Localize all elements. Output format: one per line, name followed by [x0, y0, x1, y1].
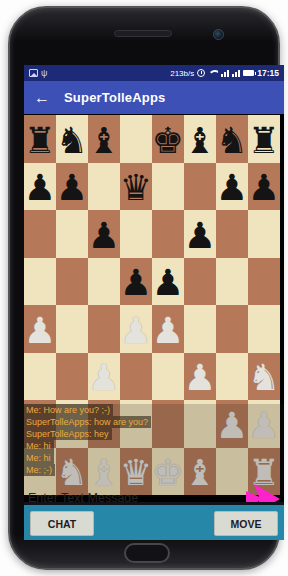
app-title: SuperTolleApps — [64, 90, 166, 105]
square-h6[interactable] — [248, 210, 280, 258]
black-pawn-g7: ♟ — [216, 166, 248, 210]
square-h7[interactable]: ♟ — [248, 163, 280, 211]
black-pawn-e5: ♟ — [152, 261, 184, 305]
chat-message: Me: hi — [24, 452, 54, 464]
square-d6[interactable] — [120, 210, 152, 258]
square-a7[interactable]: ♟ — [24, 163, 56, 211]
phone-frame: ψ 213b/s 17:15 ← SuperTolleApps ♜♞♝♚♝♞♜♟… — [8, 6, 280, 570]
square-g4[interactable] — [216, 305, 248, 353]
app-bar: ← SuperTolleApps — [24, 81, 284, 114]
square-b4[interactable] — [56, 305, 88, 353]
net-speed: 213b/s — [170, 69, 194, 78]
square-c8[interactable]: ♝ — [88, 115, 120, 163]
square-g3[interactable] — [216, 353, 248, 401]
square-f4[interactable] — [184, 305, 216, 353]
square-h4[interactable] — [248, 305, 280, 353]
back-arrow-icon[interactable]: ← — [34, 90, 50, 106]
square-a4[interactable]: ♟ — [24, 305, 56, 353]
wifi-icon — [208, 70, 218, 76]
page: ψ 213b/s 17:15 ← SuperTolleApps ♜♞♝♚♝♞♜♟… — [0, 0, 288, 576]
black-pawn-h7: ♟ — [248, 166, 280, 210]
square-e5[interactable]: ♟ — [152, 258, 184, 306]
white-pawn-a4: ♟ — [24, 309, 56, 353]
black-knight-g8: ♞ — [216, 119, 248, 163]
action-bar: CHAT MOVE — [24, 502, 284, 540]
square-g6[interactable] — [216, 210, 248, 258]
square-d4[interactable]: ♟ — [120, 305, 152, 353]
white-pawn-c3: ♟ — [88, 356, 120, 400]
signal-bars-icon-2 — [232, 70, 240, 77]
chat-message-list: Me: How are you? ;-)SuperTolleApps: how … — [24, 404, 284, 476]
black-pawn-b7: ♟ — [56, 166, 88, 210]
square-d5[interactable]: ♟ — [120, 258, 152, 306]
square-g7[interactable]: ♟ — [216, 163, 248, 211]
square-e8[interactable]: ♚ — [152, 115, 184, 163]
black-rook-h8: ♜ — [248, 119, 280, 163]
square-e7[interactable] — [152, 163, 184, 211]
usb-icon: ψ — [41, 69, 47, 77]
square-a5[interactable] — [24, 258, 56, 306]
square-h5[interactable] — [248, 258, 280, 306]
square-c3[interactable]: ♟ — [88, 353, 120, 401]
status-bar: ψ 213b/s 17:15 — [24, 65, 284, 81]
black-rook-a8: ♜ — [24, 119, 56, 163]
alarm-icon — [197, 69, 205, 77]
square-h3[interactable]: ♞ — [248, 353, 280, 401]
square-d7[interactable]: ♛ — [120, 163, 152, 211]
screen: ψ 213b/s 17:15 ← SuperTolleApps ♜♞♝♚♝♞♜♟… — [24, 65, 284, 540]
chat-message: Me: How are you? ;-) — [24, 404, 113, 416]
battery-icon — [243, 70, 254, 76]
chat-button[interactable]: CHAT — [30, 511, 94, 536]
black-queen-d7: ♛ — [120, 166, 152, 210]
square-e3[interactable] — [152, 353, 184, 401]
speaker-grille — [114, 30, 172, 37]
square-g5[interactable] — [216, 258, 248, 306]
black-pawn-d5: ♟ — [120, 261, 152, 305]
signal-bars-icon — [221, 70, 229, 77]
square-a8[interactable]: ♜ — [24, 115, 56, 163]
square-a3[interactable] — [24, 353, 56, 401]
white-pawn-e4: ♟ — [152, 309, 184, 353]
black-pawn-a7: ♟ — [24, 166, 56, 210]
square-d3[interactable] — [120, 353, 152, 401]
square-c4[interactable] — [88, 305, 120, 353]
square-g8[interactable]: ♞ — [216, 115, 248, 163]
square-c6[interactable]: ♟ — [88, 210, 120, 258]
chat-message: Me: hi — [24, 440, 54, 452]
move-button[interactable]: MOVE — [214, 511, 278, 536]
front-camera — [213, 29, 224, 40]
square-f8[interactable]: ♝ — [184, 115, 216, 163]
white-knight-h3: ♞ — [248, 356, 280, 400]
square-c7[interactable] — [88, 163, 120, 211]
square-b8[interactable]: ♞ — [56, 115, 88, 163]
square-b6[interactable] — [56, 210, 88, 258]
square-f6[interactable]: ♟ — [184, 210, 216, 258]
clock-text: 17:15 — [257, 68, 279, 78]
square-e4[interactable]: ♟ — [152, 305, 184, 353]
chat-message: SuperTolleApps: hey — [24, 428, 112, 440]
square-d8[interactable] — [120, 115, 152, 163]
square-e6[interactable] — [152, 210, 184, 258]
image-icon — [29, 69, 38, 77]
black-bishop-f8: ♝ — [184, 119, 216, 163]
black-bishop-c8: ♝ — [88, 119, 120, 163]
home-button[interactable] — [124, 543, 170, 563]
square-f7[interactable] — [184, 163, 216, 211]
square-f5[interactable] — [184, 258, 216, 306]
black-pawn-f6: ♟ — [184, 214, 216, 258]
black-king-e8: ♚ — [152, 119, 184, 163]
white-pawn-f3: ♟ — [184, 356, 216, 400]
square-c5[interactable] — [88, 258, 120, 306]
square-b3[interactable] — [56, 353, 88, 401]
square-a6[interactable] — [24, 210, 56, 258]
square-h8[interactable]: ♜ — [248, 115, 280, 163]
white-pawn-d4: ♟ — [120, 309, 152, 353]
chat-message: Me: ;-) — [24, 464, 55, 476]
black-pawn-c6: ♟ — [88, 214, 120, 258]
square-f3[interactable]: ♟ — [184, 353, 216, 401]
square-b5[interactable] — [56, 258, 88, 306]
chat-message: SuperTolleApps: how are you? — [24, 416, 151, 428]
black-knight-b8: ♞ — [56, 119, 88, 163]
square-b7[interactable]: ♟ — [56, 163, 88, 211]
